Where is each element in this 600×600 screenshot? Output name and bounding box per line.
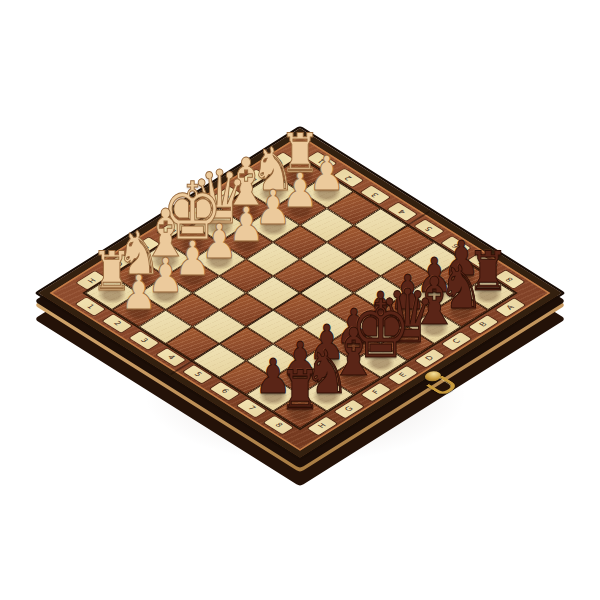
- piece-shadow: [280, 198, 320, 223]
- piece-shadow: [307, 350, 347, 375]
- piece-shadow: [226, 198, 266, 223]
- scene: 12345678 12345678 ABCDEFGH ABCDEFGH ♜♞♝♛…: [0, 0, 600, 600]
- piece-shadow: [226, 232, 266, 257]
- piece-shadow: [388, 299, 428, 324]
- piece-shadow: [307, 181, 347, 206]
- piece-shadow: [334, 333, 374, 358]
- piece-shadow: [280, 367, 320, 392]
- piece-shadow: [253, 215, 293, 240]
- piece-shadow: [200, 248, 240, 273]
- piece-shadow: [146, 248, 186, 273]
- piece-shadow: [146, 282, 186, 307]
- piece-shadow: [415, 282, 455, 307]
- piece-shadow: [173, 232, 213, 257]
- piece-shadow: [361, 316, 401, 341]
- piece-shadow: [200, 215, 240, 240]
- piece-shadow: [280, 164, 320, 189]
- piece-shadow: [119, 265, 159, 290]
- piece-shadow: [173, 265, 213, 290]
- piece-shadow: [253, 181, 293, 206]
- piece-shadow: [441, 265, 481, 290]
